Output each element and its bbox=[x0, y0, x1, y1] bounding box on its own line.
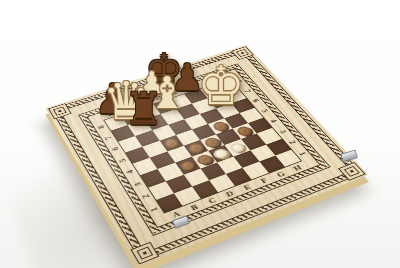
checker-dark-d3 bbox=[195, 153, 214, 166]
square-b4 bbox=[150, 152, 175, 169]
rank-label-right-1: 1 bbox=[291, 147, 313, 160]
scene: ABCDEFGH ABCDEFGH 12345678 12345678 bbox=[80, 20, 320, 260]
square-b3 bbox=[158, 163, 183, 181]
product-photo-stage: ABCDEFGH ABCDEFGH 12345678 12345678 ♚♟♟♚… bbox=[0, 0, 400, 268]
file-label-h: H bbox=[286, 161, 308, 174]
square-f3 bbox=[225, 139, 250, 156]
square-f2 bbox=[233, 150, 258, 167]
rank-label-4: 4 bbox=[119, 165, 141, 178]
square-c1 bbox=[192, 180, 218, 199]
square-d1 bbox=[209, 174, 235, 192]
checker-dark-c3 bbox=[178, 159, 197, 172]
square-b1 bbox=[174, 187, 200, 206]
rank-label-right-6: 6 bbox=[245, 95, 265, 106]
file-label-g: G bbox=[269, 167, 292, 180]
corner-ornament-dot bbox=[240, 52, 244, 54]
corner-ornament-inner bbox=[136, 246, 153, 259]
rank-label-right-3: 3 bbox=[272, 126, 293, 138]
square-e1 bbox=[226, 168, 252, 186]
corner-ornament-inner bbox=[344, 166, 360, 177]
file-label-c: C bbox=[200, 193, 223, 207]
corner-ornament-dot bbox=[349, 170, 354, 173]
rank-label-right-8: 8 bbox=[229, 76, 249, 86]
rank-label-7: 7 bbox=[98, 132, 119, 144]
square-d4 bbox=[184, 140, 209, 157]
square-a5 bbox=[125, 146, 150, 163]
checker-light-e3 bbox=[212, 147, 231, 160]
corner-ornament-inner bbox=[53, 107, 67, 116]
square-f1 bbox=[242, 162, 268, 180]
square-a2 bbox=[148, 181, 174, 200]
corner-ornament-dot bbox=[142, 251, 147, 255]
rank-label-6: 6 bbox=[105, 142, 127, 155]
square-h1 bbox=[275, 150, 301, 167]
rank-label-1: 1 bbox=[143, 202, 166, 217]
checker-light-f3 bbox=[228, 141, 247, 153]
checker-dark-d4 bbox=[187, 142, 205, 155]
square-d2 bbox=[200, 162, 226, 180]
rank-label-3: 3 bbox=[127, 177, 150, 191]
square-e2 bbox=[217, 156, 243, 174]
square-c3 bbox=[175, 157, 200, 175]
corner-ornament-dot bbox=[58, 110, 62, 113]
file-label-b: B bbox=[182, 200, 205, 215]
rank-label-right-4: 4 bbox=[263, 115, 284, 127]
square-a4 bbox=[133, 158, 158, 176]
square-c2 bbox=[183, 168, 209, 186]
square-a3 bbox=[140, 169, 165, 187]
corner-ornament-inner bbox=[236, 49, 249, 57]
square-a1 bbox=[156, 193, 182, 212]
square-c4 bbox=[167, 146, 192, 163]
rank-label-8: 8 bbox=[91, 121, 112, 133]
rank-label-5: 5 bbox=[112, 154, 134, 167]
square-h2 bbox=[266, 139, 291, 156]
square-b2 bbox=[166, 175, 192, 194]
file-label-e: E bbox=[235, 180, 258, 194]
square-e3 bbox=[208, 145, 233, 162]
square-g2 bbox=[250, 144, 275, 161]
square-g1 bbox=[259, 155, 285, 173]
file-label-d: D bbox=[218, 186, 241, 200]
square-d3 bbox=[192, 151, 217, 168]
rank-label-2: 2 bbox=[135, 189, 158, 203]
rank-label-right-7: 7 bbox=[237, 86, 257, 97]
rank-label-right-5: 5 bbox=[254, 105, 275, 116]
file-label-f: F bbox=[253, 174, 276, 188]
square-b5 bbox=[142, 141, 167, 158]
